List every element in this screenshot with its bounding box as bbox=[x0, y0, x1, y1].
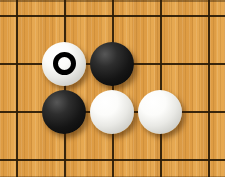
white-stone-c4r3[interactable] bbox=[138, 90, 182, 134]
grid-line-vertical-3 bbox=[112, 0, 114, 177]
go-board[interactable] bbox=[0, 0, 225, 177]
black-stone-c3r2[interactable] bbox=[90, 42, 134, 86]
grid-line-vertical-1 bbox=[16, 0, 18, 177]
grid-line-vertical-5 bbox=[208, 0, 210, 177]
white-stone-c3r3[interactable] bbox=[90, 90, 134, 134]
grid-line-vertical-4 bbox=[160, 0, 162, 177]
circle-marker-icon bbox=[53, 52, 76, 75]
grid-line-horizontal-4 bbox=[0, 159, 225, 161]
white-stone-c2r2[interactable] bbox=[42, 42, 86, 86]
grid-line-horizontal-1 bbox=[0, 15, 225, 17]
grid-line-vertical-2 bbox=[64, 0, 66, 177]
black-stone-c2r3[interactable] bbox=[42, 90, 86, 134]
